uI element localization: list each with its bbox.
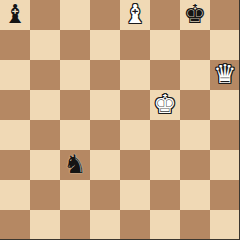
black-knight-piece[interactable]: ♞ bbox=[63, 149, 86, 179]
board-square-d1[interactable] bbox=[90, 210, 120, 240]
board-square-d6[interactable] bbox=[90, 60, 120, 90]
board-square-b4[interactable] bbox=[30, 120, 60, 150]
board-square-e2[interactable] bbox=[120, 180, 150, 210]
black-bishop-piece[interactable]: ♝ bbox=[3, 0, 26, 29]
board-square-g3[interactable] bbox=[180, 150, 210, 180]
board-square-e8[interactable]: ♝ bbox=[120, 0, 150, 30]
board-square-a3[interactable] bbox=[0, 150, 30, 180]
board-square-f2[interactable] bbox=[150, 180, 180, 210]
board-square-c1[interactable] bbox=[60, 210, 90, 240]
board-square-b3[interactable] bbox=[30, 150, 60, 180]
board-square-h8[interactable] bbox=[210, 0, 240, 30]
board-square-g5[interactable] bbox=[180, 90, 210, 120]
board-square-c2[interactable] bbox=[60, 180, 90, 210]
board-square-g6[interactable] bbox=[180, 60, 210, 90]
board-square-a2[interactable] bbox=[0, 180, 30, 210]
board-square-c4[interactable] bbox=[60, 120, 90, 150]
board-square-g2[interactable] bbox=[180, 180, 210, 210]
chess-board: ♝♝♚♛♚♞ bbox=[0, 0, 240, 240]
board-square-a8[interactable]: ♝ bbox=[0, 0, 30, 30]
board-square-e4[interactable] bbox=[120, 120, 150, 150]
board-square-d8[interactable] bbox=[90, 0, 120, 30]
board-square-h4[interactable] bbox=[210, 120, 240, 150]
board-square-b6[interactable] bbox=[30, 60, 60, 90]
board-square-a7[interactable] bbox=[0, 30, 30, 60]
board-square-b8[interactable] bbox=[30, 0, 60, 30]
board-square-f5[interactable]: ♚ bbox=[150, 90, 180, 120]
board-square-f1[interactable] bbox=[150, 210, 180, 240]
board-square-c7[interactable] bbox=[60, 30, 90, 60]
board-square-b1[interactable] bbox=[30, 210, 60, 240]
board-square-e6[interactable] bbox=[120, 60, 150, 90]
white-bishop-piece[interactable]: ♝ bbox=[123, 0, 146, 29]
board-square-e3[interactable] bbox=[120, 150, 150, 180]
board-square-e7[interactable] bbox=[120, 30, 150, 60]
board-square-f3[interactable] bbox=[150, 150, 180, 180]
board-square-h5[interactable] bbox=[210, 90, 240, 120]
board-square-h1[interactable] bbox=[210, 210, 240, 240]
board-square-g7[interactable] bbox=[180, 30, 210, 60]
board-square-a1[interactable] bbox=[0, 210, 30, 240]
board-square-d4[interactable] bbox=[90, 120, 120, 150]
board-square-f8[interactable] bbox=[150, 0, 180, 30]
board-square-g8[interactable]: ♚ bbox=[180, 0, 210, 30]
board-square-g1[interactable] bbox=[180, 210, 210, 240]
board-square-a5[interactable] bbox=[0, 90, 30, 120]
board-square-f4[interactable] bbox=[150, 120, 180, 150]
board-square-b5[interactable] bbox=[30, 90, 60, 120]
board-square-g4[interactable] bbox=[180, 120, 210, 150]
black-king-piece[interactable]: ♚ bbox=[183, 0, 206, 29]
board-square-h3[interactable] bbox=[210, 150, 240, 180]
board-square-d7[interactable] bbox=[90, 30, 120, 60]
board-square-h6[interactable]: ♛ bbox=[210, 60, 240, 90]
board-square-d3[interactable] bbox=[90, 150, 120, 180]
board-square-a4[interactable] bbox=[0, 120, 30, 150]
board-square-a6[interactable] bbox=[0, 60, 30, 90]
board-square-c3[interactable]: ♞ bbox=[60, 150, 90, 180]
board-square-h7[interactable] bbox=[210, 30, 240, 60]
board-square-f6[interactable] bbox=[150, 60, 180, 90]
board-square-b7[interactable] bbox=[30, 30, 60, 60]
board-square-c8[interactable] bbox=[60, 0, 90, 30]
white-king-piece[interactable]: ♚ bbox=[153, 89, 176, 119]
board-square-b2[interactable] bbox=[30, 180, 60, 210]
board-square-e5[interactable] bbox=[120, 90, 150, 120]
board-square-f7[interactable] bbox=[150, 30, 180, 60]
board-square-d2[interactable] bbox=[90, 180, 120, 210]
board-square-e1[interactable] bbox=[120, 210, 150, 240]
board-square-d5[interactable] bbox=[90, 90, 120, 120]
board-square-h2[interactable] bbox=[210, 180, 240, 210]
board-square-c6[interactable] bbox=[60, 60, 90, 90]
board-square-c5[interactable] bbox=[60, 90, 90, 120]
white-queen-piece[interactable]: ♛ bbox=[213, 59, 236, 89]
